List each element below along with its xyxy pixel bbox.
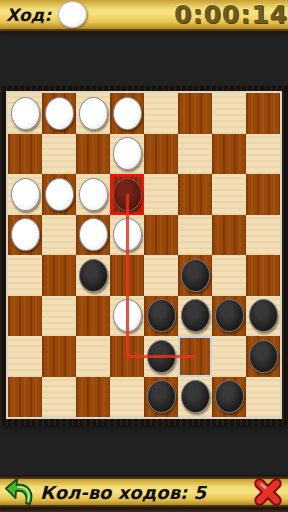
cell-r1c2[interactable] xyxy=(76,134,110,175)
cell-r0c3[interactable] xyxy=(110,93,144,134)
cell-r7c1[interactable] xyxy=(42,377,76,418)
black-piece[interactable] xyxy=(215,380,244,413)
cell-r5c4[interactable] xyxy=(144,296,178,337)
white-piece[interactable] xyxy=(79,97,108,130)
cell-r7c2[interactable] xyxy=(76,377,110,418)
white-piece[interactable] xyxy=(113,97,142,130)
black-piece[interactable] xyxy=(147,299,176,332)
cell-r3c4[interactable] xyxy=(144,215,178,256)
cell-r6c6[interactable] xyxy=(212,336,246,377)
cell-r1c4[interactable] xyxy=(144,134,178,175)
cell-r2c1[interactable] xyxy=(42,174,76,215)
cell-r4c4[interactable] xyxy=(144,255,178,296)
cell-r5c2[interactable] xyxy=(76,296,110,337)
cell-r3c0[interactable] xyxy=(8,215,42,256)
cell-r0c5[interactable] xyxy=(178,93,212,134)
top-status-bar: Ход: 0:00:14 xyxy=(0,0,288,31)
cell-r7c6[interactable] xyxy=(212,377,246,418)
white-piece[interactable] xyxy=(79,218,108,251)
move-path-line xyxy=(127,355,195,358)
cell-r7c0[interactable] xyxy=(8,377,42,418)
moves-count: 5 xyxy=(194,482,207,503)
cell-r2c7[interactable] xyxy=(246,174,280,215)
red-x-icon xyxy=(252,477,284,507)
cell-r0c6[interactable] xyxy=(212,93,246,134)
cell-r4c7[interactable] xyxy=(246,255,280,296)
cell-r6c2[interactable] xyxy=(76,336,110,377)
black-piece[interactable] xyxy=(181,380,210,413)
undo-button[interactable] xyxy=(3,477,37,507)
cell-r2c2[interactable] xyxy=(76,174,110,215)
cell-r5c6[interactable] xyxy=(212,296,246,337)
cell-r7c7[interactable] xyxy=(246,377,280,418)
cell-r1c1[interactable] xyxy=(42,134,76,175)
white-piece[interactable] xyxy=(11,97,40,130)
cell-r6c1[interactable] xyxy=(42,336,76,377)
turn-label: Ход: xyxy=(6,5,51,25)
game-timer: 0:00:14 xyxy=(174,0,288,29)
white-piece[interactable] xyxy=(113,137,142,170)
cell-r6c0[interactable] xyxy=(8,336,42,377)
cell-r0c7[interactable] xyxy=(246,93,280,134)
board-grid[interactable] xyxy=(8,93,280,417)
cell-r4c6[interactable] xyxy=(212,255,246,296)
cell-r1c5[interactable] xyxy=(178,134,212,175)
undo-arrow-icon xyxy=(4,477,36,507)
cell-r0c4[interactable] xyxy=(144,93,178,134)
cell-r7c3[interactable] xyxy=(110,377,144,418)
board-frame xyxy=(0,86,288,425)
black-piece[interactable] xyxy=(181,299,210,332)
cell-r7c4[interactable] xyxy=(144,377,178,418)
close-button[interactable] xyxy=(251,477,285,507)
cell-r4c0[interactable] xyxy=(8,255,42,296)
cell-r3c5[interactable] xyxy=(178,215,212,256)
moves-label: Кол-во ходов: xyxy=(40,482,187,503)
white-piece[interactable] xyxy=(45,178,74,211)
cell-r5c0[interactable] xyxy=(8,296,42,337)
black-piece[interactable] xyxy=(249,299,278,332)
cell-r5c7[interactable] xyxy=(246,296,280,337)
black-piece[interactable] xyxy=(147,380,176,413)
cell-r1c7[interactable] xyxy=(246,134,280,175)
cell-r0c0[interactable] xyxy=(8,93,42,134)
white-piece[interactable] xyxy=(11,178,40,211)
cell-r3c2[interactable] xyxy=(76,215,110,256)
cell-r0c2[interactable] xyxy=(76,93,110,134)
cell-r4c5[interactable] xyxy=(178,255,212,296)
cell-r7c5[interactable] xyxy=(178,377,212,418)
white-piece[interactable] xyxy=(45,97,74,130)
cell-r5c1[interactable] xyxy=(42,296,76,337)
black-piece[interactable] xyxy=(215,299,244,332)
black-piece[interactable] xyxy=(181,259,210,292)
board-border xyxy=(6,91,282,419)
white-turn-indicator-icon xyxy=(58,1,87,28)
cell-r3c7[interactable] xyxy=(246,215,280,256)
cell-r2c0[interactable] xyxy=(8,174,42,215)
white-piece[interactable] xyxy=(11,218,40,251)
move-path-line xyxy=(126,194,129,356)
black-piece[interactable] xyxy=(249,340,278,373)
bottom-control-bar: Кол-во ходов: 5 xyxy=(0,477,288,507)
moves-count-text: Кол-во ходов: 5 xyxy=(40,482,206,503)
cell-r1c0[interactable] xyxy=(8,134,42,175)
cell-r4c1[interactable] xyxy=(42,255,76,296)
cell-r2c5[interactable] xyxy=(178,174,212,215)
cell-r3c1[interactable] xyxy=(42,215,76,256)
cell-r4c2[interactable] xyxy=(76,255,110,296)
app-screen: Ход: 0:00:14 Кол-во ходов: 5 xyxy=(0,0,288,512)
black-piece[interactable] xyxy=(79,259,108,292)
cell-r1c3[interactable] xyxy=(110,134,144,175)
cell-r0c1[interactable] xyxy=(42,93,76,134)
cell-r5c5[interactable] xyxy=(178,296,212,337)
cell-r1c6[interactable] xyxy=(212,134,246,175)
cell-r2c6[interactable] xyxy=(212,174,246,215)
cell-r6c7[interactable] xyxy=(246,336,280,377)
white-piece[interactable] xyxy=(79,178,108,211)
cell-r3c6[interactable] xyxy=(212,215,246,256)
cell-r2c4[interactable] xyxy=(144,174,178,215)
